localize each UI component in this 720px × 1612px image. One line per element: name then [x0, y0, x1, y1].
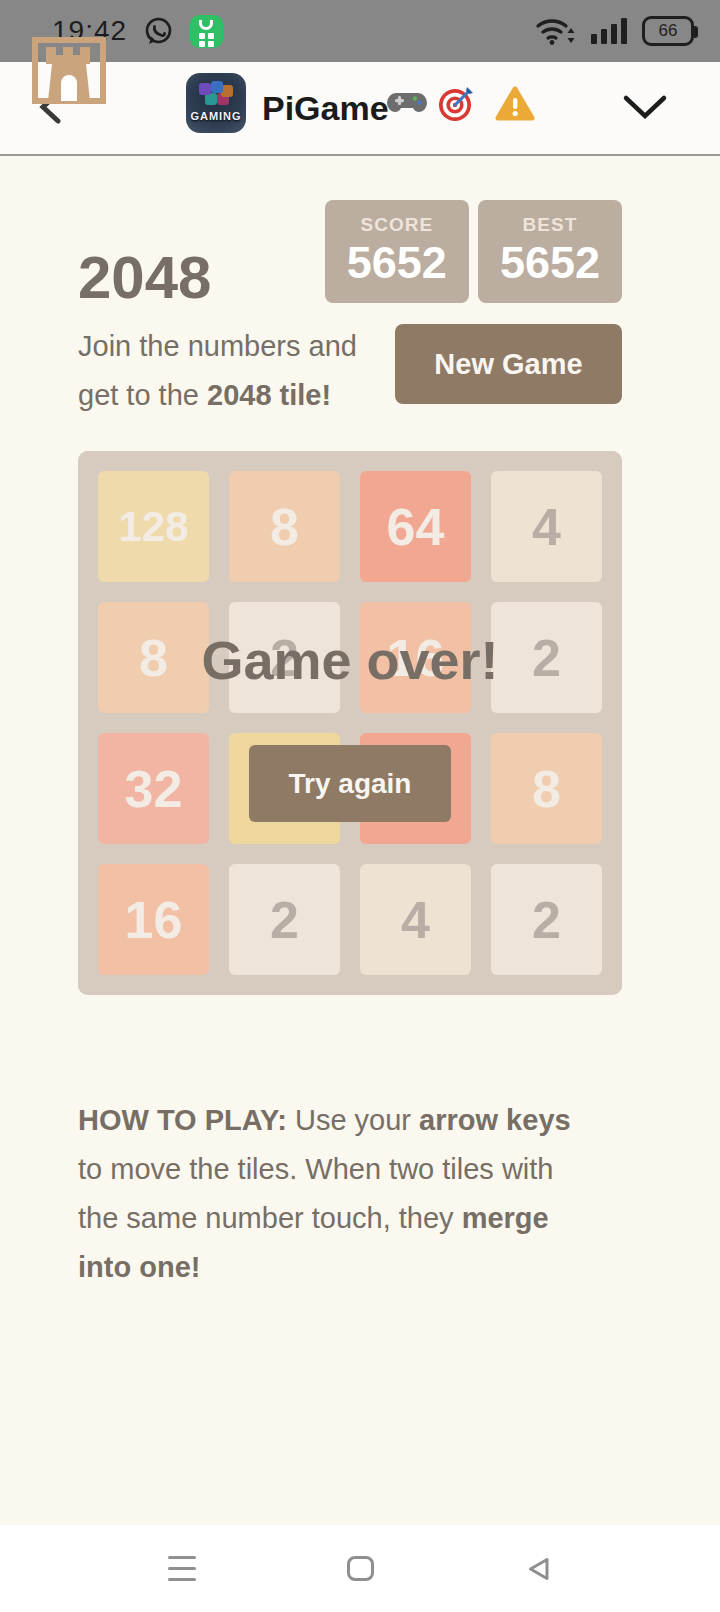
- score-box: SCORE 5652: [325, 200, 469, 303]
- chevron-down-icon[interactable]: [622, 94, 668, 126]
- new-game-button[interactable]: New Game: [395, 324, 622, 404]
- castle-icon[interactable]: [31, 36, 107, 110]
- warning-icon: [494, 85, 536, 123]
- nav-menu-button[interactable]: [152, 1525, 212, 1612]
- score-label: SCORE: [347, 214, 447, 236]
- page-title: 2048: [78, 248, 211, 308]
- app-title: PiGame: [262, 89, 389, 128]
- android-nav-bar: [0, 1525, 720, 1612]
- app-logo: GAMING: [186, 73, 246, 133]
- menu-icon: [168, 1556, 196, 1581]
- best-value: 5652: [500, 237, 600, 289]
- best-label: BEST: [500, 214, 600, 236]
- signal-bars-icon: [591, 18, 627, 44]
- how-to-play-text: HOW TO PLAY: Use your arrow keys to move…: [78, 1096, 598, 1292]
- howto-bold-2: arrow keys: [419, 1104, 571, 1136]
- howto-normal-1: Use your: [287, 1104, 419, 1136]
- try-again-button[interactable]: Try again: [249, 745, 451, 822]
- game-over-message: Game over!: [78, 629, 622, 691]
- home-icon: [347, 1556, 374, 1581]
- score-value: 5652: [347, 237, 447, 289]
- wifi-icon: [534, 16, 576, 46]
- app-store-icon: [190, 15, 223, 48]
- nav-back-button[interactable]: [508, 1525, 568, 1612]
- best-box: BEST 5652: [478, 200, 622, 303]
- app-header: GAMING PiGame: [0, 62, 720, 156]
- scoreboard: SCORE 5652 BEST 5652: [325, 200, 622, 303]
- nav-home-button[interactable]: [330, 1525, 390, 1612]
- intro-text: Join the numbers and get to the 2048 til…: [78, 322, 394, 420]
- intro-bold: 2048 tile!: [207, 379, 331, 411]
- screen: 19:42 66: [0, 0, 720, 1612]
- howto-bold-1: HOW TO PLAY:: [78, 1104, 287, 1136]
- battery-percent: 66: [659, 21, 678, 41]
- target-icon: [436, 84, 476, 124]
- gamepad-icon: [386, 89, 428, 119]
- status-bar: 19:42 66: [0, 0, 720, 62]
- nav-back-icon: [524, 1555, 552, 1583]
- whatsapp-icon: [142, 15, 175, 48]
- battery-icon: 66: [642, 16, 694, 46]
- game-over-overlay: Game over! Try again: [78, 451, 622, 995]
- app-logo-text: GAMING: [186, 110, 246, 122]
